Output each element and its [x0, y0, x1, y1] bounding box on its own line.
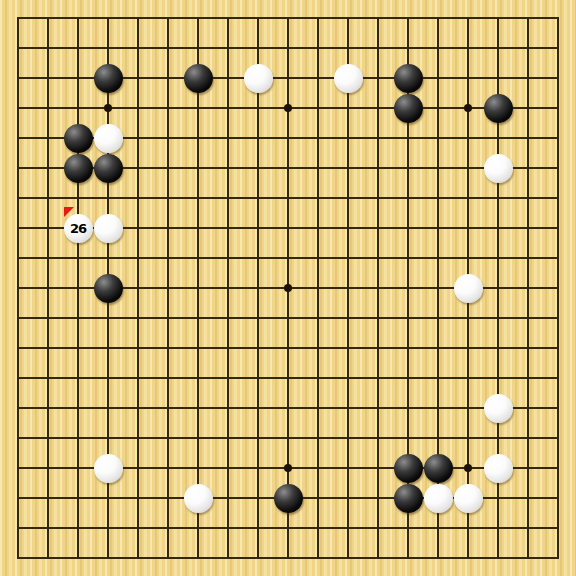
star-point	[284, 284, 292, 292]
stone-white-J17[interactable]	[244, 64, 273, 93]
stone-white-D4[interactable]	[94, 454, 123, 483]
stone-black-D10[interactable]	[94, 274, 123, 303]
stone-black-O3[interactable]	[394, 484, 423, 513]
stone-white-R6[interactable]	[484, 394, 513, 423]
star-point	[464, 464, 472, 472]
stone-white-R14[interactable]	[484, 154, 513, 183]
stone-white-P3[interactable]	[424, 484, 453, 513]
stone-white-Q3[interactable]	[454, 484, 483, 513]
stone-white-M17[interactable]	[334, 64, 363, 93]
stone-black-C15[interactable]	[64, 124, 93, 153]
stone-white-R4[interactable]	[484, 454, 513, 483]
stone-black-P4[interactable]	[424, 454, 453, 483]
stone-black-D14[interactable]	[94, 154, 123, 183]
stone-black-K3[interactable]	[274, 484, 303, 513]
stone-black-C14[interactable]	[64, 154, 93, 183]
stone-black-O17[interactable]	[394, 64, 423, 93]
stone-black-O16[interactable]	[394, 94, 423, 123]
move-number-label: 26	[70, 222, 86, 235]
stone-white-C12[interactable]: 26	[64, 214, 93, 243]
stone-black-G17[interactable]	[184, 64, 213, 93]
stone-black-O4[interactable]	[394, 454, 423, 483]
stone-white-D15[interactable]	[94, 124, 123, 153]
stone-black-D17[interactable]	[94, 64, 123, 93]
star-point	[464, 104, 472, 112]
star-point	[284, 464, 292, 472]
star-point	[284, 104, 292, 112]
board-intersections[interactable]: 26	[3, 3, 573, 573]
star-point	[104, 104, 112, 112]
stone-white-D12[interactable]	[94, 214, 123, 243]
go-board[interactable]: 26	[0, 0, 576, 576]
stone-white-G3[interactable]	[184, 484, 213, 513]
last-move-marker-icon	[64, 207, 75, 218]
stone-black-R16[interactable]	[484, 94, 513, 123]
stone-white-Q10[interactable]	[454, 274, 483, 303]
